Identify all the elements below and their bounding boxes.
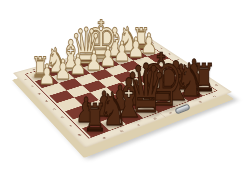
coordinate-label: 7 [68, 124, 73, 127]
coordinate-label: 3 [37, 92, 41, 95]
white-pawn-a2[interactable]: ♟ [38, 61, 55, 89]
coordinate-label: 4 [44, 100, 49, 103]
chess-set-photo: aa11bb22cc33dd44ee55ff66gg77hh88 ♜♞♝♛♚♝♞… [0, 0, 246, 185]
coordinate-label: 1 [23, 78, 27, 81]
black-rook-a8[interactable]: ♜ [83, 99, 107, 137]
white-pawn-b2[interactable]: ♟ [54, 56, 71, 84]
white-pawn-d2[interactable]: ♟ [85, 47, 102, 75]
coordinate-label: 5 [52, 108, 57, 111]
coordinate-label: 2 [30, 85, 34, 88]
coordinate-label: 8 [77, 133, 82, 137]
coordinate-label: 6 [60, 116, 65, 119]
white-pawn-c2[interactable]: ♟ [70, 52, 87, 80]
